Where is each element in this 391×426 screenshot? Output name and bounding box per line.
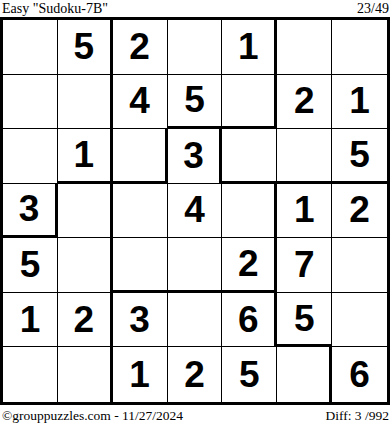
sudoku-board: 52145211353412527123651256: [0, 17, 390, 405]
cell-r2c6[interactable]: 2: [277, 75, 332, 130]
cell-r3c3[interactable]: [113, 129, 168, 184]
cell-r2c4[interactable]: 5: [168, 75, 223, 130]
cell-r7c7[interactable]: 6: [332, 347, 387, 402]
cell-r4c4[interactable]: 4: [168, 184, 223, 239]
copyright-text: ©grouppuzzles.com - 11/27/2024: [2, 408, 183, 424]
cell-r4c2[interactable]: [58, 184, 113, 239]
cell-r2c5[interactable]: [222, 75, 277, 130]
cell-r5c2[interactable]: [58, 238, 113, 293]
cell-r1c2[interactable]: 5: [58, 20, 113, 75]
progress-counter: 23/49: [357, 1, 389, 17]
cell-r1c3[interactable]: 2: [113, 20, 168, 75]
cell-r7c5[interactable]: 5: [222, 347, 277, 402]
cell-r7c4[interactable]: 2: [168, 347, 223, 402]
puzzle-page: Easy "Sudoku-7B" 23/49 52145211353412527…: [0, 0, 391, 426]
cell-r2c3[interactable]: 4: [113, 75, 168, 130]
cell-r6c7[interactable]: [332, 293, 387, 348]
footer: ©grouppuzzles.com - 11/27/2024 Diff: 3 /…: [0, 405, 391, 426]
cell-r1c6[interactable]: [277, 20, 332, 75]
cell-r1c5[interactable]: 1: [222, 20, 277, 75]
cell-r2c1[interactable]: [3, 75, 58, 130]
cell-r3c2[interactable]: 1: [58, 129, 113, 184]
cell-r6c6[interactable]: 5: [277, 293, 332, 348]
cell-r3c4[interactable]: 3: [168, 129, 223, 184]
cell-r6c1[interactable]: 1: [3, 293, 58, 348]
cell-r5c5[interactable]: 2: [222, 238, 277, 293]
header: Easy "Sudoku-7B" 23/49: [0, 0, 391, 17]
cell-r6c3[interactable]: 3: [113, 293, 168, 348]
cell-r5c7[interactable]: [332, 238, 387, 293]
cell-r1c7[interactable]: [332, 20, 387, 75]
cell-r7c3[interactable]: 1: [113, 347, 168, 402]
cell-r3c6[interactable]: [277, 129, 332, 184]
cell-r7c6[interactable]: [277, 347, 332, 402]
puzzle-title: Easy "Sudoku-7B": [2, 1, 108, 17]
cell-r7c1[interactable]: [3, 347, 58, 402]
cell-r1c4[interactable]: [168, 20, 223, 75]
cell-r4c3[interactable]: [113, 184, 168, 239]
cell-r6c2[interactable]: 2: [58, 293, 113, 348]
cell-r3c5[interactable]: [222, 129, 277, 184]
cell-r2c7[interactable]: 1: [332, 75, 387, 130]
cell-r1c1[interactable]: [3, 20, 58, 75]
cell-r7c2[interactable]: [58, 347, 113, 402]
cell-r5c1[interactable]: 5: [3, 238, 58, 293]
cell-r6c4[interactable]: [168, 293, 223, 348]
cell-r6c5[interactable]: 6: [222, 293, 277, 348]
cell-r5c3[interactable]: [113, 238, 168, 293]
cell-r5c4[interactable]: [168, 238, 223, 293]
cell-r4c7[interactable]: 2: [332, 184, 387, 239]
cell-r4c1[interactable]: 3: [3, 184, 58, 239]
cell-r3c7[interactable]: 5: [332, 129, 387, 184]
difficulty-text: Diff: 3 /992: [326, 408, 390, 424]
cell-r5c6[interactable]: 7: [277, 238, 332, 293]
cell-r3c1[interactable]: [3, 129, 58, 184]
cell-r4c6[interactable]: 1: [277, 184, 332, 239]
cell-r4c5[interactable]: [222, 184, 277, 239]
cell-r2c2[interactable]: [58, 75, 113, 130]
